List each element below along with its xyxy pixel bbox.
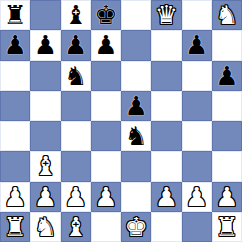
chess-board: ♜♝♚♛♞♟♟♟♟♟♞♟♟♞♝♟♟♟♟♟♟♟♜♞♝♚♜: [0, 0, 242, 242]
square-h8[interactable]: ♞: [212, 0, 242, 30]
square-a2[interactable]: ♟: [0, 182, 30, 212]
square-d6[interactable]: [91, 61, 121, 91]
square-h4[interactable]: [212, 121, 242, 151]
square-f1[interactable]: [151, 212, 181, 242]
white-king-piece[interactable]: ♚: [124, 212, 147, 242]
square-h7[interactable]: [212, 30, 242, 60]
square-c5[interactable]: [61, 91, 91, 121]
square-f3[interactable]: [151, 151, 181, 181]
square-e1[interactable]: ♚: [121, 212, 151, 242]
square-h1[interactable]: ♜: [212, 212, 242, 242]
white-pawn-piece[interactable]: ♟: [3, 182, 26, 212]
square-b5[interactable]: [30, 91, 60, 121]
black-pawn-piece[interactable]: ♟: [185, 30, 208, 60]
square-c6[interactable]: ♞: [61, 61, 91, 91]
square-a3[interactable]: [0, 151, 30, 181]
square-g1[interactable]: [182, 212, 212, 242]
square-b8[interactable]: [30, 0, 60, 30]
square-b6[interactable]: [30, 61, 60, 91]
white-bishop-piece[interactable]: ♝: [34, 151, 57, 181]
white-pawn-piece[interactable]: ♟: [155, 182, 178, 212]
square-e2[interactable]: [121, 182, 151, 212]
black-pawn-piece[interactable]: ♟: [124, 91, 147, 121]
white-rook-piece[interactable]: ♜: [3, 212, 26, 242]
black-rook-piece[interactable]: ♜: [3, 0, 26, 30]
square-e5[interactable]: ♟: [121, 91, 151, 121]
square-e6[interactable]: [121, 61, 151, 91]
square-c2[interactable]: ♟: [61, 182, 91, 212]
square-c7[interactable]: ♟: [61, 30, 91, 60]
square-h5[interactable]: [212, 91, 242, 121]
black-pawn-piece[interactable]: ♟: [3, 30, 26, 60]
black-pawn-piece[interactable]: ♟: [34, 30, 57, 60]
white-pawn-piece[interactable]: ♟: [185, 182, 208, 212]
square-e8[interactable]: [121, 0, 151, 30]
square-h3[interactable]: [212, 151, 242, 181]
square-e4[interactable]: ♞: [121, 121, 151, 151]
black-pawn-piece[interactable]: ♟: [215, 61, 238, 91]
white-rook-piece[interactable]: ♜: [215, 212, 238, 242]
square-a4[interactable]: [0, 121, 30, 151]
square-f4[interactable]: [151, 121, 181, 151]
black-knight-piece[interactable]: ♞: [124, 121, 147, 151]
square-c8[interactable]: ♝: [61, 0, 91, 30]
square-b2[interactable]: ♟: [30, 182, 60, 212]
white-bishop-piece[interactable]: ♝: [64, 212, 87, 242]
square-g5[interactable]: [182, 91, 212, 121]
square-d5[interactable]: [91, 91, 121, 121]
square-a1[interactable]: ♜: [0, 212, 30, 242]
black-king-piece[interactable]: ♚: [94, 0, 117, 30]
square-b1[interactable]: ♞: [30, 212, 60, 242]
square-d1[interactable]: [91, 212, 121, 242]
white-pawn-piece[interactable]: ♟: [94, 182, 117, 212]
square-e3[interactable]: [121, 151, 151, 181]
white-pawn-piece[interactable]: ♟: [64, 182, 87, 212]
square-g8[interactable]: [182, 0, 212, 30]
square-d2[interactable]: ♟: [91, 182, 121, 212]
square-b3[interactable]: ♝: [30, 151, 60, 181]
square-f2[interactable]: ♟: [151, 182, 181, 212]
white-knight-piece[interactable]: ♞: [34, 212, 57, 242]
square-a6[interactable]: [0, 61, 30, 91]
square-d3[interactable]: [91, 151, 121, 181]
square-c1[interactable]: ♝: [61, 212, 91, 242]
square-d4[interactable]: [91, 121, 121, 151]
square-a5[interactable]: [0, 91, 30, 121]
square-a7[interactable]: ♟: [0, 30, 30, 60]
square-g2[interactable]: ♟: [182, 182, 212, 212]
square-g4[interactable]: [182, 121, 212, 151]
square-g6[interactable]: [182, 61, 212, 91]
square-h2[interactable]: ♟: [212, 182, 242, 212]
square-g3[interactable]: [182, 151, 212, 181]
square-d7[interactable]: ♟: [91, 30, 121, 60]
square-d8[interactable]: ♚: [91, 0, 121, 30]
square-f5[interactable]: [151, 91, 181, 121]
square-f8[interactable]: ♛: [151, 0, 181, 30]
white-pawn-piece[interactable]: ♟: [215, 182, 238, 212]
square-e7[interactable]: [121, 30, 151, 60]
black-knight-piece[interactable]: ♞: [64, 61, 87, 91]
square-b7[interactable]: ♟: [30, 30, 60, 60]
white-knight-piece[interactable]: ♞: [215, 0, 238, 30]
black-pawn-piece[interactable]: ♟: [64, 30, 87, 60]
square-g7[interactable]: ♟: [182, 30, 212, 60]
square-b4[interactable]: [30, 121, 60, 151]
white-queen-piece[interactable]: ♛: [155, 0, 178, 30]
square-h6[interactable]: ♟: [212, 61, 242, 91]
square-a8[interactable]: ♜: [0, 0, 30, 30]
white-pawn-piece[interactable]: ♟: [34, 182, 57, 212]
black-bishop-piece[interactable]: ♝: [64, 0, 87, 30]
square-c4[interactable]: [61, 121, 91, 151]
square-f6[interactable]: [151, 61, 181, 91]
black-pawn-piece[interactable]: ♟: [94, 30, 117, 60]
square-f7[interactable]: [151, 30, 181, 60]
square-c3[interactable]: [61, 151, 91, 181]
